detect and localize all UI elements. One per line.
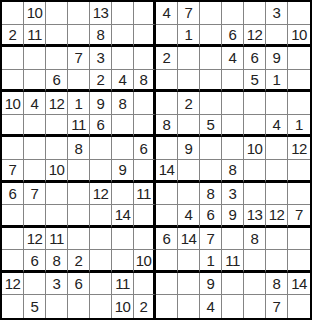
- cell-r1c7[interactable]: [134, 2, 156, 25]
- cell-r14c6[interactable]: 10: [112, 295, 134, 318]
- cell-r14c1[interactable]: [2, 295, 24, 318]
- cell-r9c5[interactable]: 12: [90, 183, 112, 206]
- cell-r10c14[interactable]: 7: [288, 205, 310, 228]
- cell-r13c4[interactable]: 6: [68, 273, 90, 296]
- cell-r4c9[interactable]: [178, 70, 200, 93]
- cell-r12c8[interactable]: [156, 250, 178, 273]
- cell-r8c5[interactable]: [90, 160, 112, 183]
- cell-r1c14[interactable]: [288, 2, 310, 25]
- cell-r13c11[interactable]: [222, 273, 244, 296]
- cell-r13c13[interactable]: 8: [266, 273, 288, 296]
- cell-r11c14[interactable]: [288, 228, 310, 251]
- cell-r9c7[interactable]: 11: [134, 183, 156, 206]
- cell-r4c12[interactable]: 5: [244, 70, 266, 93]
- cell-r7c8[interactable]: [156, 137, 178, 160]
- cell-r1c5[interactable]: 13: [90, 2, 112, 25]
- cell-r13c14[interactable]: 14: [288, 273, 310, 296]
- cell-r3c2[interactable]: [24, 47, 46, 70]
- cell-r13c10[interactable]: 9: [200, 273, 222, 296]
- cell-r9c6[interactable]: [112, 183, 134, 206]
- cell-r4c11[interactable]: [222, 70, 244, 93]
- cell-r11c4[interactable]: [68, 228, 90, 251]
- cell-r2c14[interactable]: 10: [288, 25, 310, 48]
- cell-r8c6[interactable]: 9: [112, 160, 134, 183]
- cell-r12c3[interactable]: 8: [46, 250, 68, 273]
- cell-r4c5[interactable]: 2: [90, 70, 112, 93]
- cell-r14c12[interactable]: [244, 295, 266, 318]
- cell-r10c3[interactable]: [46, 205, 68, 228]
- cell-r8c10[interactable]: [200, 160, 222, 183]
- cell-r6c7[interactable]: [134, 115, 156, 138]
- cell-r2c5[interactable]: 8: [90, 25, 112, 48]
- cell-r10c10[interactable]: 6: [200, 205, 222, 228]
- cell-r2c8[interactable]: [156, 25, 178, 48]
- cell-r13c5[interactable]: [90, 273, 112, 296]
- cell-r14c13[interactable]: 7: [266, 295, 288, 318]
- cell-r9c11[interactable]: 3: [222, 183, 244, 206]
- cell-r2c11[interactable]: 6: [222, 25, 244, 48]
- cell-r10c6[interactable]: 14: [112, 205, 134, 228]
- cell-r9c1[interactable]: 6: [2, 183, 24, 206]
- cell-r10c5[interactable]: [90, 205, 112, 228]
- cell-r14c5[interactable]: [90, 295, 112, 318]
- cell-r7c1[interactable]: [2, 137, 24, 160]
- cell-r5c2[interactable]: 4: [24, 92, 46, 115]
- cell-r3c7[interactable]: [134, 47, 156, 70]
- cell-r12c13[interactable]: [266, 250, 288, 273]
- cell-r8c1[interactable]: 7: [2, 160, 24, 183]
- cell-r9c4[interactable]: [68, 183, 90, 206]
- cell-r6c10[interactable]: 5: [200, 115, 222, 138]
- cell-r5c6[interactable]: 8: [112, 92, 134, 115]
- cell-r2c2[interactable]: 11: [24, 25, 46, 48]
- sudoku-board: 1013473211816121073246962485110412198211…: [0, 0, 312, 320]
- cell-r12c12[interactable]: [244, 250, 266, 273]
- cell-r14c11[interactable]: [222, 295, 244, 318]
- cell-r2c3[interactable]: [46, 25, 68, 48]
- cell-r6c4[interactable]: 11: [68, 115, 90, 138]
- cell-r13c9[interactable]: [178, 273, 200, 296]
- cell-r3c1[interactable]: [2, 47, 24, 70]
- cell-r10c9[interactable]: 4: [178, 205, 200, 228]
- cell-r12c4[interactable]: 2: [68, 250, 90, 273]
- cell-r2c10[interactable]: [200, 25, 222, 48]
- cell-r5c8[interactable]: [156, 92, 178, 115]
- cell-r2c4[interactable]: [68, 25, 90, 48]
- cell-r5c5[interactable]: 9: [90, 92, 112, 115]
- cell-r6c3[interactable]: [46, 115, 68, 138]
- cell-r5c1[interactable]: 10: [2, 92, 24, 115]
- cell-r10c13[interactable]: 12: [266, 205, 288, 228]
- cell-r10c4[interactable]: [68, 205, 90, 228]
- cell-r12c7[interactable]: 10: [134, 250, 156, 273]
- cell-r4c8[interactable]: [156, 70, 178, 93]
- cell-r3c10[interactable]: [200, 47, 222, 70]
- cell-r6c5[interactable]: 6: [90, 115, 112, 138]
- cell-r3c3[interactable]: [46, 47, 68, 70]
- cell-r6c6[interactable]: [112, 115, 134, 138]
- cell-r4c3[interactable]: 6: [46, 70, 68, 93]
- cell-r8c14[interactable]: [288, 160, 310, 183]
- cell-r1c11[interactable]: [222, 2, 244, 25]
- cell-r8c3[interactable]: 10: [46, 160, 68, 183]
- cell-r3c4[interactable]: 7: [68, 47, 90, 70]
- cell-r11c10[interactable]: 7: [200, 228, 222, 251]
- cell-r13c1[interactable]: 12: [2, 273, 24, 296]
- cell-r5c10[interactable]: [200, 92, 222, 115]
- cell-r13c12[interactable]: [244, 273, 266, 296]
- cell-r13c8[interactable]: [156, 273, 178, 296]
- cell-r14c7[interactable]: 2: [134, 295, 156, 318]
- cell-r12c1[interactable]: [2, 250, 24, 273]
- cell-r11c12[interactable]: 8: [244, 228, 266, 251]
- cell-r12c6[interactable]: [112, 250, 134, 273]
- cell-r13c2[interactable]: [24, 273, 46, 296]
- cell-r7c6[interactable]: [112, 137, 134, 160]
- cell-r3c12[interactable]: 6: [244, 47, 266, 70]
- cell-r5c13[interactable]: [266, 92, 288, 115]
- cell-r14c14[interactable]: [288, 295, 310, 318]
- cell-r2c12[interactable]: 12: [244, 25, 266, 48]
- cell-r8c8[interactable]: 14: [156, 160, 178, 183]
- cell-r8c7[interactable]: [134, 160, 156, 183]
- cell-r12c5[interactable]: [90, 250, 112, 273]
- cell-r11c13[interactable]: [266, 228, 288, 251]
- cell-r8c2[interactable]: [24, 160, 46, 183]
- cell-r11c6[interactable]: [112, 228, 134, 251]
- cell-r14c2[interactable]: 5: [24, 295, 46, 318]
- cell-r9c2[interactable]: 7: [24, 183, 46, 206]
- cell-r3c13[interactable]: 9: [266, 47, 288, 70]
- cell-r4c10[interactable]: [200, 70, 222, 93]
- cell-r4c6[interactable]: 4: [112, 70, 134, 93]
- cell-r7c13[interactable]: [266, 137, 288, 160]
- cell-r6c1[interactable]: [2, 115, 24, 138]
- cell-r9c9[interactable]: [178, 183, 200, 206]
- cell-r11c11[interactable]: [222, 228, 244, 251]
- cell-r12c11[interactable]: 11: [222, 250, 244, 273]
- cell-r9c13[interactable]: [266, 183, 288, 206]
- cell-r6c8[interactable]: 8: [156, 115, 178, 138]
- cell-r2c9[interactable]: 1: [178, 25, 200, 48]
- cell-r6c12[interactable]: [244, 115, 266, 138]
- cell-r6c13[interactable]: 4: [266, 115, 288, 138]
- cell-r11c8[interactable]: 6: [156, 228, 178, 251]
- cell-r4c1[interactable]: [2, 70, 24, 93]
- cell-r1c10[interactable]: [200, 2, 222, 25]
- cell-r2c6[interactable]: [112, 25, 134, 48]
- cell-r11c5[interactable]: [90, 228, 112, 251]
- cell-r6c9[interactable]: [178, 115, 200, 138]
- cell-r1c9[interactable]: 7: [178, 2, 200, 25]
- cell-r11c9[interactable]: 14: [178, 228, 200, 251]
- cell-r8c9[interactable]: [178, 160, 200, 183]
- cell-r9c3[interactable]: [46, 183, 68, 206]
- cell-r10c12[interactable]: 13: [244, 205, 266, 228]
- cell-r8c13[interactable]: [266, 160, 288, 183]
- cell-r7c5[interactable]: [90, 137, 112, 160]
- cell-r8c12[interactable]: [244, 160, 266, 183]
- cell-r4c2[interactable]: [24, 70, 46, 93]
- cell-r13c7[interactable]: [134, 273, 156, 296]
- cell-r5c4[interactable]: 1: [68, 92, 90, 115]
- cell-r3c9[interactable]: [178, 47, 200, 70]
- cell-r10c2[interactable]: [24, 205, 46, 228]
- cell-r6c2[interactable]: [24, 115, 46, 138]
- cell-r14c10[interactable]: 4: [200, 295, 222, 318]
- cell-r9c14[interactable]: [288, 183, 310, 206]
- cell-r5c9[interactable]: 2: [178, 92, 200, 115]
- cell-r13c6[interactable]: 11: [112, 273, 134, 296]
- cell-r3c11[interactable]: 4: [222, 47, 244, 70]
- cell-r13c3[interactable]: 3: [46, 273, 68, 296]
- cell-r5c3[interactable]: 12: [46, 92, 68, 115]
- cell-r2c13[interactable]: [266, 25, 288, 48]
- cell-r1c2[interactable]: 10: [24, 2, 46, 25]
- cell-r1c3[interactable]: [46, 2, 68, 25]
- cell-r9c10[interactable]: 8: [200, 183, 222, 206]
- cell-r8c11[interactable]: 8: [222, 160, 244, 183]
- cell-r1c1[interactable]: [2, 2, 24, 25]
- cell-r7c11[interactable]: [222, 137, 244, 160]
- cell-r12c2[interactable]: 6: [24, 250, 46, 273]
- cell-r2c7[interactable]: [134, 25, 156, 48]
- cell-r10c11[interactable]: 9: [222, 205, 244, 228]
- cell-r5c12[interactable]: [244, 92, 266, 115]
- cell-r2c1[interactable]: 2: [2, 25, 24, 48]
- cell-r12c10[interactable]: 1: [200, 250, 222, 273]
- cell-r4c4[interactable]: [68, 70, 90, 93]
- cell-r3c8[interactable]: 2: [156, 47, 178, 70]
- cell-r4c13[interactable]: 1: [266, 70, 288, 93]
- cell-r14c4[interactable]: [68, 295, 90, 318]
- cell-r7c4[interactable]: 8: [68, 137, 90, 160]
- cell-r7c10[interactable]: [200, 137, 222, 160]
- cell-r7c7[interactable]: 6: [134, 137, 156, 160]
- cell-r12c14[interactable]: [288, 250, 310, 273]
- cell-r6c11[interactable]: [222, 115, 244, 138]
- cell-r14c8[interactable]: [156, 295, 178, 318]
- cell-r10c1[interactable]: [2, 205, 24, 228]
- cell-r5c14[interactable]: [288, 92, 310, 115]
- cell-r11c2[interactable]: 12: [24, 228, 46, 251]
- cell-r1c6[interactable]: [112, 2, 134, 25]
- cell-r1c4[interactable]: [68, 2, 90, 25]
- cell-r10c7[interactable]: [134, 205, 156, 228]
- cell-r14c9[interactable]: [178, 295, 200, 318]
- cell-r11c7[interactable]: [134, 228, 156, 251]
- cell-r8c4[interactable]: [68, 160, 90, 183]
- cell-r5c7[interactable]: [134, 92, 156, 115]
- cell-r11c1[interactable]: [2, 228, 24, 251]
- cell-r3c14[interactable]: [288, 47, 310, 70]
- cell-r4c7[interactable]: 8: [134, 70, 156, 93]
- cell-r7c3[interactable]: [46, 137, 68, 160]
- cell-r7c9[interactable]: 9: [178, 137, 200, 160]
- cell-r7c2[interactable]: [24, 137, 46, 160]
- cell-r7c12[interactable]: 10: [244, 137, 266, 160]
- cell-r1c8[interactable]: 4: [156, 2, 178, 25]
- cell-r6c14[interactable]: 1: [288, 115, 310, 138]
- cell-r11c3[interactable]: 11: [46, 228, 68, 251]
- cell-r9c8[interactable]: [156, 183, 178, 206]
- cell-r10c8[interactable]: [156, 205, 178, 228]
- cell-r12c9[interactable]: [178, 250, 200, 273]
- cell-r3c5[interactable]: 3: [90, 47, 112, 70]
- cell-r4c14[interactable]: [288, 70, 310, 93]
- cell-r5c11[interactable]: [222, 92, 244, 115]
- cell-r1c13[interactable]: 3: [266, 2, 288, 25]
- cell-r3c6[interactable]: [112, 47, 134, 70]
- cell-r9c12[interactable]: [244, 183, 266, 206]
- cell-r7c14[interactable]: 12: [288, 137, 310, 160]
- cell-r14c3[interactable]: [46, 295, 68, 318]
- cell-r1c12[interactable]: [244, 2, 266, 25]
